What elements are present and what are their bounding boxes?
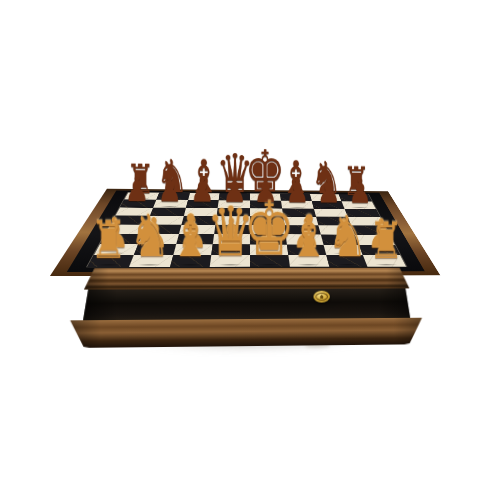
case-base-molding bbox=[63, 318, 430, 348]
piece-white-knight: ♞ bbox=[129, 209, 171, 265]
storage-case bbox=[77, 268, 416, 348]
square-h1: ♜ bbox=[363, 255, 406, 267]
case-top-molding bbox=[77, 268, 416, 290]
piece-white-rook: ♜ bbox=[91, 215, 128, 264]
square-g1: ♞ bbox=[326, 255, 368, 267]
piece-white-queen: ♛ bbox=[206, 200, 254, 265]
square-b1: ♞ bbox=[129, 255, 173, 267]
piece-white-bishop: ♝ bbox=[289, 210, 329, 265]
square-e1: ♚ bbox=[250, 255, 290, 267]
piece-white-bishop: ♝ bbox=[169, 209, 210, 264]
square-c1: ♝ bbox=[170, 255, 212, 267]
square-f1: ♝ bbox=[288, 255, 329, 267]
piece-white-rook: ♜ bbox=[369, 217, 404, 265]
case-front-band bbox=[83, 288, 410, 320]
chess-set-photo: ♜♞♝♛♚♝♞♜♟♟♟♟♟♟♟♟♟♟♟♟♟♟♟♟♜♞♝♛♚♝♞♜ bbox=[0, 0, 500, 500]
brass-medallion-icon bbox=[314, 291, 330, 303]
piece-white-knight: ♞ bbox=[328, 210, 368, 264]
square-d1: ♛ bbox=[210, 255, 250, 267]
board-squares: ♜♞♝♛♚♝♞♜♟♟♟♟♟♟♟♟♟♟♟♟♟♟♟♟♜♞♝♛♚♝♞♜ bbox=[87, 192, 406, 267]
perspective-wrapper: ♜♞♝♛♚♝♞♜♟♟♟♟♟♟♟♟♟♟♟♟♟♟♟♟♜♞♝♛♚♝♞♜ bbox=[0, 0, 489, 500]
square-a1: ♜ bbox=[87, 255, 133, 267]
chess-board: ♜♞♝♛♚♝♞♜♟♟♟♟♟♟♟♟♟♟♟♟♟♟♟♟♜♞♝♛♚♝♞♜ bbox=[50, 188, 441, 275]
